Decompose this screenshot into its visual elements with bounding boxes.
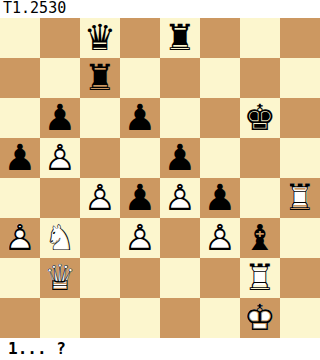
- white-rook[interactable]: ♜♖: [240, 258, 280, 298]
- black-king[interactable]: ♚: [240, 98, 280, 138]
- white-pawn[interactable]: ♟♙: [40, 138, 80, 178]
- square-b7[interactable]: [40, 58, 80, 98]
- square-a4[interactable]: [0, 178, 40, 218]
- square-f1[interactable]: [200, 298, 240, 338]
- square-f8[interactable]: [200, 18, 240, 58]
- white-piece-outline: ♘: [40, 218, 80, 258]
- square-e4[interactable]: ♟♙: [160, 178, 200, 218]
- square-e5[interactable]: ♟: [160, 138, 200, 178]
- white-piece-outline: ♔: [240, 298, 280, 338]
- black-piece-glyph: ♟: [40, 98, 80, 138]
- square-a3[interactable]: ♟♙: [0, 218, 40, 258]
- white-piece-outline: ♙: [120, 218, 160, 258]
- square-b3[interactable]: ♞♘: [40, 218, 80, 258]
- square-a1[interactable]: [0, 298, 40, 338]
- black-pawn[interactable]: ♟: [0, 138, 40, 178]
- square-h1[interactable]: [280, 298, 320, 338]
- white-piece-outline: ♖: [240, 258, 280, 298]
- white-piece-outline: ♙: [200, 218, 240, 258]
- white-pawn[interactable]: ♟♙: [160, 178, 200, 218]
- square-f3[interactable]: ♟♙: [200, 218, 240, 258]
- move-prompt: 1... ?: [0, 338, 320, 360]
- square-b5[interactable]: ♟♙: [40, 138, 80, 178]
- white-pawn[interactable]: ♟♙: [0, 218, 40, 258]
- square-c4[interactable]: ♟♙: [80, 178, 120, 218]
- square-g7[interactable]: [240, 58, 280, 98]
- puzzle-title: T1.2530: [0, 0, 320, 18]
- square-h4[interactable]: ♜♖: [280, 178, 320, 218]
- square-f7[interactable]: [200, 58, 240, 98]
- square-c1[interactable]: [80, 298, 120, 338]
- square-b8[interactable]: [40, 18, 80, 58]
- square-e7[interactable]: [160, 58, 200, 98]
- square-g4[interactable]: [240, 178, 280, 218]
- black-piece-glyph: ♟: [0, 138, 40, 178]
- black-pawn[interactable]: ♟: [200, 178, 240, 218]
- square-h3[interactable]: [280, 218, 320, 258]
- black-pawn[interactable]: ♟: [160, 138, 200, 178]
- square-c6[interactable]: [80, 98, 120, 138]
- black-rook[interactable]: ♜: [160, 18, 200, 58]
- square-h6[interactable]: [280, 98, 320, 138]
- square-g8[interactable]: [240, 18, 280, 58]
- square-c2[interactable]: [80, 258, 120, 298]
- square-c5[interactable]: [80, 138, 120, 178]
- square-e3[interactable]: [160, 218, 200, 258]
- square-e2[interactable]: [160, 258, 200, 298]
- square-g1[interactable]: ♚♔: [240, 298, 280, 338]
- black-piece-glyph: ♛: [80, 18, 120, 58]
- black-piece-glyph: ♜: [160, 18, 200, 58]
- square-a8[interactable]: [0, 18, 40, 58]
- square-h2[interactable]: [280, 258, 320, 298]
- square-g6[interactable]: ♚: [240, 98, 280, 138]
- square-f5[interactable]: [200, 138, 240, 178]
- white-pawn[interactable]: ♟♙: [200, 218, 240, 258]
- square-f4[interactable]: ♟: [200, 178, 240, 218]
- white-knight[interactable]: ♞♘: [40, 218, 80, 258]
- square-h8[interactable]: [280, 18, 320, 58]
- square-a7[interactable]: [0, 58, 40, 98]
- square-b6[interactable]: ♟: [40, 98, 80, 138]
- black-piece-glyph: ♚: [240, 98, 280, 138]
- square-e8[interactable]: ♜: [160, 18, 200, 58]
- square-c3[interactable]: [80, 218, 120, 258]
- black-bishop[interactable]: ♝: [240, 218, 280, 258]
- square-d4[interactable]: ♟: [120, 178, 160, 218]
- square-b4[interactable]: [40, 178, 80, 218]
- square-c7[interactable]: ♜: [80, 58, 120, 98]
- white-pawn[interactable]: ♟♙: [80, 178, 120, 218]
- square-a6[interactable]: [0, 98, 40, 138]
- square-d1[interactable]: [120, 298, 160, 338]
- square-c8[interactable]: ♛: [80, 18, 120, 58]
- white-rook[interactable]: ♜♖: [280, 178, 320, 218]
- black-piece-glyph: ♟: [160, 138, 200, 178]
- white-piece-outline: ♙: [160, 178, 200, 218]
- square-e6[interactable]: [160, 98, 200, 138]
- square-e1[interactable]: [160, 298, 200, 338]
- square-h7[interactable]: [280, 58, 320, 98]
- black-pawn[interactable]: ♟: [120, 98, 160, 138]
- white-piece-outline: ♕: [40, 258, 80, 298]
- square-a2[interactable]: [0, 258, 40, 298]
- black-piece-glyph: ♜: [80, 58, 120, 98]
- white-queen[interactable]: ♛♕: [40, 258, 80, 298]
- square-d6[interactable]: ♟: [120, 98, 160, 138]
- square-g2[interactable]: ♜♖: [240, 258, 280, 298]
- square-g5[interactable]: [240, 138, 280, 178]
- white-piece-outline: ♖: [280, 178, 320, 218]
- square-d8[interactable]: [120, 18, 160, 58]
- black-piece-glyph: ♝: [240, 218, 280, 258]
- square-f6[interactable]: [200, 98, 240, 138]
- chess-board[interactable]: ♛♜♜♟♟♚♟♟♙♟♟♙♟♟♙♟♜♖♟♙♞♘♟♙♟♙♝♛♕♜♖♚♔: [0, 18, 320, 338]
- square-h5[interactable]: [280, 138, 320, 178]
- square-b2[interactable]: ♛♕: [40, 258, 80, 298]
- square-d2[interactable]: [120, 258, 160, 298]
- black-pawn[interactable]: ♟: [40, 98, 80, 138]
- black-piece-glyph: ♟: [120, 98, 160, 138]
- black-queen[interactable]: ♛: [80, 18, 120, 58]
- black-piece-glyph: ♟: [200, 178, 240, 218]
- white-pawn[interactable]: ♟♙: [120, 218, 160, 258]
- square-a5[interactable]: ♟: [0, 138, 40, 178]
- square-d7[interactable]: [120, 58, 160, 98]
- black-rook[interactable]: ♜: [80, 58, 120, 98]
- square-b1[interactable]: [40, 298, 80, 338]
- square-d3[interactable]: ♟♙: [120, 218, 160, 258]
- white-king[interactable]: ♚♔: [240, 298, 280, 338]
- square-f2[interactable]: [200, 258, 240, 298]
- white-piece-outline: ♙: [40, 138, 80, 178]
- white-piece-outline: ♙: [0, 218, 40, 258]
- black-piece-glyph: ♟: [120, 178, 160, 218]
- black-pawn[interactable]: ♟: [120, 178, 160, 218]
- square-d5[interactable]: [120, 138, 160, 178]
- square-g3[interactable]: ♝: [240, 218, 280, 258]
- white-piece-outline: ♙: [80, 178, 120, 218]
